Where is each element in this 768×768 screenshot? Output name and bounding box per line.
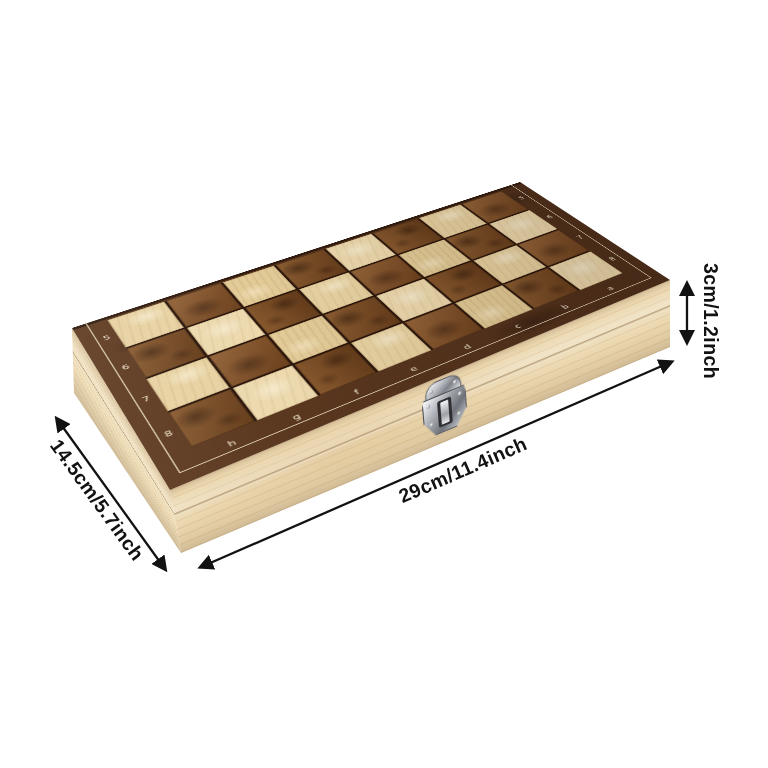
height-dimension-label: 3cm/1.2inch (699, 263, 722, 379)
screw-icon (458, 391, 462, 397)
product-photo: 55667788hgfedcba 3cm/1.2inch 29cm/11.4in… (0, 0, 768, 768)
screw-icon (426, 404, 430, 410)
screw-icon (457, 411, 461, 417)
screw-icon (429, 389, 433, 395)
screw-icon (430, 422, 434, 428)
clasp-hook-bar (440, 399, 450, 424)
clasp-slot (437, 396, 453, 428)
screw-icon (453, 379, 457, 385)
